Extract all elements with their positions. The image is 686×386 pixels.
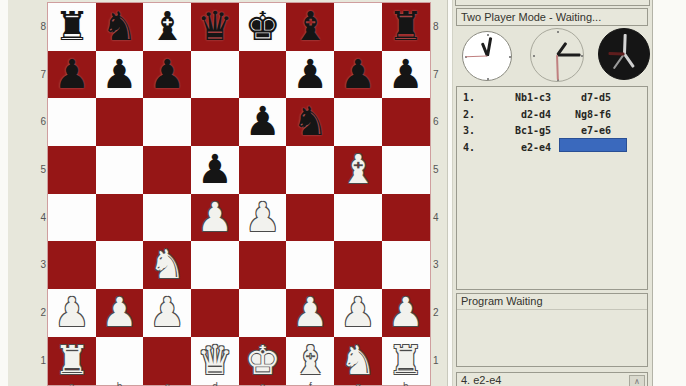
square-c1[interactable]: [143, 337, 191, 385]
piece-white-rook[interactable]: ♜: [382, 337, 430, 385]
black-player-clock-minute-hand: [623, 34, 627, 54]
white-move: d2-d4: [485, 107, 551, 124]
file-label: d: [191, 380, 239, 386]
clipped-top-box: [455, 0, 650, 6]
current-move-text: 4. e2-e4: [461, 374, 501, 386]
square-a8[interactable]: ♜: [48, 3, 96, 51]
square-g5[interactable]: ♝: [334, 146, 382, 194]
board-frame: 87654321 ♜♞♝♛♚♝♜♟♟♟♟♟♟♟♞♟♝♟♟♞♟♟♟♟♟♟♜♛♚♝♞…: [8, 0, 448, 386]
black-player-clock-hour-hand: [623, 53, 635, 68]
clock-tick-dot: [557, 31, 559, 33]
piece-white-pawn[interactable]: ♟: [191, 194, 239, 242]
square-e3[interactable]: [239, 241, 287, 289]
rank-label: 6: [433, 98, 439, 146]
file-label: e: [239, 380, 287, 386]
square-a1[interactable]: ♜: [48, 337, 96, 385]
square-e6[interactable]: ♟: [239, 98, 287, 146]
piece-black-pawn[interactable]: ♟: [96, 51, 144, 99]
piece-black-king[interactable]: ♚: [239, 3, 287, 51]
white-player-clock-second-hand: [465, 56, 487, 58]
rank-label: 3: [433, 241, 439, 289]
square-f2[interactable]: ♟: [286, 289, 334, 337]
pending-move-highlight: [559, 138, 627, 152]
black-move: Ng8-f6: [551, 107, 611, 124]
square-e8[interactable]: ♚: [239, 3, 287, 51]
square-f4[interactable]: [286, 194, 334, 242]
rank-label: 4: [433, 194, 439, 242]
black-player-clock-red-hand: [608, 52, 624, 56]
piece-black-bishop[interactable]: ♝: [143, 3, 191, 51]
square-d3[interactable]: [191, 241, 239, 289]
middle-clock-second-hand: [556, 55, 559, 80]
square-d7[interactable]: [191, 51, 239, 99]
rank-label: 8: [40, 3, 46, 51]
move-number: 3.: [457, 123, 485, 140]
file-label: f: [286, 380, 334, 386]
square-g7[interactable]: ♟: [334, 51, 382, 99]
piece-white-bishop[interactable]: ♝: [286, 337, 334, 385]
file-label: g: [334, 380, 382, 386]
piece-black-pawn[interactable]: ♟: [382, 51, 430, 99]
square-h6[interactable]: [382, 98, 430, 146]
square-h7[interactable]: ♟: [382, 51, 430, 99]
rank-label: 2: [433, 289, 439, 337]
clock-row: [453, 27, 652, 85]
piece-white-knight[interactable]: ♞: [143, 241, 191, 289]
program-status-text: Program Waiting: [457, 294, 647, 310]
square-f8[interactable]: ♝: [286, 3, 334, 51]
square-b8[interactable]: ♞: [96, 3, 144, 51]
rank-label: 7: [40, 51, 46, 99]
square-b4[interactable]: [96, 194, 144, 242]
piece-black-pawn[interactable]: ♟: [239, 98, 287, 146]
move-row: 1.Nb1-c3d7-d5: [457, 90, 647, 107]
piece-white-rook[interactable]: ♜: [48, 337, 96, 385]
square-e2[interactable]: [239, 289, 287, 337]
square-f1[interactable]: ♝: [286, 337, 334, 385]
scroll-up-button[interactable]: ∧: [629, 375, 645, 386]
piece-black-knight[interactable]: ♞: [96, 3, 144, 51]
clock-tick-dot: [533, 55, 535, 57]
square-h5[interactable]: [382, 146, 430, 194]
square-h4[interactable]: [382, 194, 430, 242]
piece-black-rook[interactable]: ♜: [48, 3, 96, 51]
rank-labels-left: 87654321: [32, 3, 46, 385]
rank-label: 1: [40, 337, 46, 385]
square-a5[interactable]: [48, 146, 96, 194]
program-status-box: Program Waiting: [456, 293, 648, 367]
square-b3[interactable]: [96, 241, 144, 289]
square-d6[interactable]: [191, 98, 239, 146]
square-a4[interactable]: [48, 194, 96, 242]
rank-label: 4: [40, 194, 46, 242]
square-b1[interactable]: [96, 337, 144, 385]
file-label: h: [382, 380, 430, 386]
clock-tick-dot: [487, 78, 489, 80]
clock-tick-dot: [581, 55, 583, 57]
square-a2[interactable]: ♟: [48, 289, 96, 337]
piece-black-rook[interactable]: ♜: [382, 3, 430, 51]
piece-black-pawn[interactable]: ♟: [48, 51, 96, 99]
piece-black-pawn[interactable]: ♟: [286, 51, 334, 99]
square-c3[interactable]: ♞: [143, 241, 191, 289]
square-h8[interactable]: ♜: [382, 3, 430, 51]
rank-labels-right: 87654321: [433, 3, 447, 385]
piece-black-queen[interactable]: ♛: [191, 3, 239, 51]
chess-board[interactable]: ♜♞♝♛♚♝♜♟♟♟♟♟♟♟♞♟♝♟♟♞♟♟♟♟♟♟♜♛♚♝♞♜: [48, 3, 430, 385]
square-c6[interactable]: [143, 98, 191, 146]
white-move: Nb1-c3: [485, 90, 551, 107]
square-c5[interactable]: [143, 146, 191, 194]
black-move: d7-d5: [551, 90, 611, 107]
piece-white-pawn[interactable]: ♟: [48, 289, 96, 337]
chess-app-window: 87654321 ♜♞♝♛♚♝♜♟♟♟♟♟♟♟♞♟♝♟♟♞♟♟♟♟♟♟♜♛♚♝♞…: [0, 0, 686, 386]
square-a7[interactable]: ♟: [48, 51, 96, 99]
square-g3[interactable]: [334, 241, 382, 289]
piece-black-pawn[interactable]: ♟: [334, 51, 382, 99]
rank-label: 2: [40, 289, 46, 337]
square-f5[interactable]: [286, 146, 334, 194]
square-f6[interactable]: ♞: [286, 98, 334, 146]
square-h1[interactable]: ♜: [382, 337, 430, 385]
piece-white-pawn[interactable]: ♟: [96, 289, 144, 337]
middle-clock: [530, 28, 584, 82]
white-player-clock: [462, 31, 512, 81]
control-panel: Two Player Mode - Waiting... 1.Nb1-c3d7-…: [452, 0, 653, 386]
white-move: Bc1-g5: [485, 123, 551, 140]
square-d4[interactable]: ♟: [191, 194, 239, 242]
rank-label: 7: [433, 51, 439, 99]
clock-tick-dot: [509, 56, 511, 58]
piece-white-pawn[interactable]: ♟: [239, 194, 287, 242]
square-f7[interactable]: ♟: [286, 51, 334, 99]
move-number: 4.: [457, 140, 485, 157]
square-e1[interactable]: ♚: [239, 337, 287, 385]
square-h2[interactable]: ♟: [382, 289, 430, 337]
square-d8[interactable]: ♛: [191, 3, 239, 51]
piece-white-queen[interactable]: ♛: [191, 337, 239, 385]
square-b5[interactable]: [96, 146, 144, 194]
square-d1[interactable]: ♛: [191, 337, 239, 385]
square-b2[interactable]: ♟: [96, 289, 144, 337]
piece-black-pawn[interactable]: ♟: [143, 51, 191, 99]
piece-black-knight[interactable]: ♞: [286, 98, 334, 146]
piece-white-pawn[interactable]: ♟: [286, 289, 334, 337]
white-player-clock-minute-hand: [486, 37, 492, 56]
rank-label: 8: [433, 3, 439, 51]
black-player-clock-second-hand: [613, 53, 625, 69]
piece-white-pawn[interactable]: ♟: [334, 289, 382, 337]
file-label: b: [96, 380, 144, 386]
white-move: e2-e4: [485, 140, 551, 157]
square-e7[interactable]: [239, 51, 287, 99]
square-e4[interactable]: ♟: [239, 194, 287, 242]
square-d5[interactable]: ♟: [191, 146, 239, 194]
square-c8[interactable]: ♝: [143, 3, 191, 51]
square-e5[interactable]: [239, 146, 287, 194]
piece-white-king[interactable]: ♚: [239, 337, 287, 385]
move-number: 1.: [457, 90, 485, 107]
rank-label: 5: [433, 146, 439, 194]
rank-label: 3: [40, 241, 46, 289]
mode-status-label: Two Player Mode - Waiting...: [456, 8, 648, 26]
square-g2[interactable]: ♟: [334, 289, 382, 337]
square-g8[interactable]: [334, 3, 382, 51]
file-label: a: [48, 380, 96, 386]
square-c2[interactable]: ♟: [143, 289, 191, 337]
middle-clock-minute-hand: [557, 54, 580, 57]
square-g4[interactable]: [334, 194, 382, 242]
move-row: 2.d2-d4Ng8-f6: [457, 107, 647, 124]
move-list: 1.Nb1-c3d7-d52.d2-d4Ng8-f63.Bc1-g5e7-e64…: [456, 86, 648, 290]
square-b6[interactable]: [96, 98, 144, 146]
current-move-status-bar: 4. e2-e4 ∧: [456, 372, 648, 386]
piece-white-pawn[interactable]: ♟: [143, 289, 191, 337]
square-d2[interactable]: [191, 289, 239, 337]
square-a3[interactable]: [48, 241, 96, 289]
file-label: c: [143, 380, 191, 386]
rank-label: 6: [40, 98, 46, 146]
black-player-clock: [598, 28, 650, 80]
square-g6[interactable]: [334, 98, 382, 146]
piece-white-pawn[interactable]: ♟: [382, 289, 430, 337]
square-c4[interactable]: [143, 194, 191, 242]
rank-label: 1: [433, 337, 439, 385]
square-c7[interactable]: ♟: [143, 51, 191, 99]
square-a6[interactable]: [48, 98, 96, 146]
square-g1[interactable]: ♞: [334, 337, 382, 385]
rank-label: 5: [40, 146, 46, 194]
move-number: 2.: [457, 107, 485, 124]
file-labels: abcdefgh: [48, 380, 430, 386]
clock-tick-dot: [487, 34, 489, 36]
square-h3[interactable]: [382, 241, 430, 289]
piece-black-bishop[interactable]: ♝: [286, 3, 334, 51]
piece-white-knight[interactable]: ♞: [334, 337, 382, 385]
square-b7[interactable]: ♟: [96, 51, 144, 99]
square-f3[interactable]: [286, 241, 334, 289]
piece-black-pawn[interactable]: ♟: [191, 146, 239, 194]
piece-white-bishop[interactable]: ♝: [334, 146, 382, 194]
